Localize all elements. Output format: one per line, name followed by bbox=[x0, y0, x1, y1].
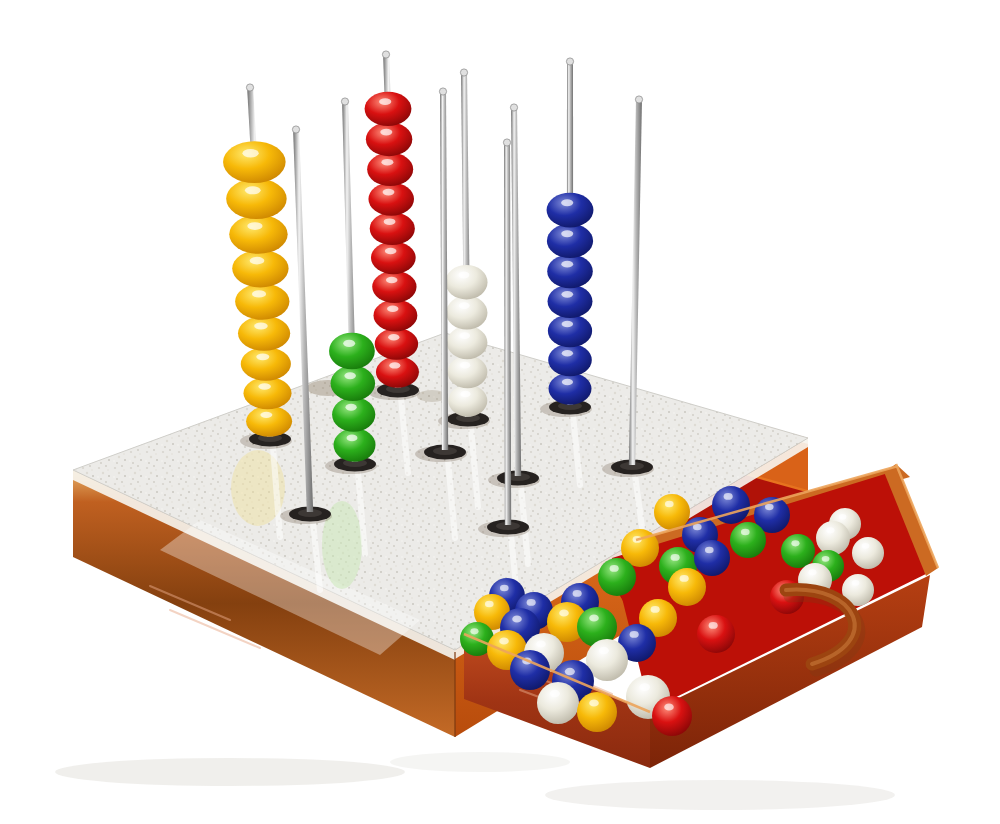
ground-shadow-0 bbox=[55, 758, 405, 786]
drawer-ball-red[interactable] bbox=[697, 615, 735, 653]
ball-shine bbox=[599, 647, 609, 655]
ball-shine bbox=[822, 556, 830, 562]
drawer-ball-green[interactable] bbox=[598, 558, 636, 596]
rod-tip bbox=[503, 139, 510, 146]
bead-yellow[interactable] bbox=[235, 283, 289, 319]
bead-shine bbox=[562, 350, 573, 356]
bead-white[interactable] bbox=[447, 326, 488, 359]
rod-tip bbox=[382, 51, 389, 58]
bead-shine bbox=[458, 272, 469, 279]
rod-tip bbox=[439, 88, 446, 95]
bead-white[interactable] bbox=[448, 356, 488, 389]
bead-blue[interactable] bbox=[547, 193, 594, 228]
bead-shine bbox=[459, 302, 470, 309]
bead-shine bbox=[386, 277, 398, 283]
ball-shine bbox=[741, 529, 750, 535]
bead-shine bbox=[242, 149, 258, 157]
rod-tip bbox=[566, 58, 573, 65]
bead-shine bbox=[254, 323, 268, 330]
drawer-ball-yellow[interactable] bbox=[668, 568, 706, 606]
ball-shine bbox=[589, 614, 599, 621]
drawer-ball-yellow[interactable] bbox=[654, 494, 690, 530]
ball-shine bbox=[630, 631, 639, 638]
bead-shine bbox=[561, 261, 573, 268]
drawer-ball-yellow[interactable] bbox=[577, 692, 617, 732]
ball-shine bbox=[791, 540, 799, 546]
bead-blue[interactable] bbox=[548, 314, 592, 347]
drawer-ball-white[interactable] bbox=[816, 521, 850, 555]
bead-shine bbox=[389, 362, 400, 368]
bead-shine bbox=[343, 340, 355, 347]
bead-yellow[interactable] bbox=[246, 406, 292, 437]
bead-green[interactable] bbox=[329, 333, 375, 370]
bead-yellow[interactable] bbox=[241, 347, 291, 381]
bead-red[interactable] bbox=[367, 153, 413, 187]
bead-yellow[interactable] bbox=[223, 141, 286, 183]
bead-shine bbox=[245, 186, 261, 194]
drawer-ball-red[interactable] bbox=[652, 696, 692, 736]
bead-shine bbox=[460, 391, 470, 397]
bead-shine bbox=[383, 189, 395, 196]
bead-shine bbox=[562, 321, 574, 328]
bead-shine bbox=[561, 291, 573, 298]
bead-shine bbox=[379, 98, 391, 105]
abacus-scene bbox=[0, 0, 1000, 824]
bead-shine bbox=[459, 332, 470, 339]
bead-shine bbox=[250, 257, 265, 265]
ball-shine bbox=[559, 609, 569, 616]
bead-blue[interactable] bbox=[547, 254, 593, 288]
bead-blue[interactable] bbox=[547, 224, 593, 258]
rod-tip bbox=[510, 104, 517, 111]
bead-shine bbox=[345, 404, 356, 411]
ball-shine bbox=[665, 501, 674, 507]
drawer-ball-blue[interactable] bbox=[694, 540, 730, 576]
bead-shine bbox=[388, 334, 399, 340]
bead-shine bbox=[256, 353, 269, 360]
bead-green[interactable] bbox=[334, 428, 376, 462]
ball-shine bbox=[724, 493, 733, 500]
ball-shine bbox=[536, 640, 546, 647]
ball-shine bbox=[680, 575, 689, 582]
bead-blue[interactable] bbox=[549, 373, 592, 405]
bead-shine bbox=[561, 230, 573, 237]
bead-shine bbox=[387, 306, 398, 312]
bead-blue[interactable] bbox=[548, 344, 592, 376]
rod-tip bbox=[341, 98, 348, 105]
rod-tip bbox=[635, 96, 642, 103]
ball-shine bbox=[852, 580, 860, 586]
bead-yellow[interactable] bbox=[229, 215, 287, 254]
ball-shine bbox=[664, 703, 674, 710]
bead-shine bbox=[258, 383, 270, 389]
bead-yellow[interactable] bbox=[232, 250, 288, 288]
ball-shine bbox=[485, 601, 494, 607]
bead-red[interactable] bbox=[371, 242, 416, 275]
bead-shine bbox=[260, 412, 272, 418]
bead-green[interactable] bbox=[331, 365, 376, 401]
ball-shine bbox=[651, 606, 660, 613]
bead-red[interactable] bbox=[368, 182, 414, 215]
bead-shine bbox=[344, 372, 356, 379]
ball-shine bbox=[470, 628, 478, 634]
bead-shine bbox=[384, 218, 396, 225]
drawer-ball-white[interactable] bbox=[537, 682, 579, 724]
ball-shine bbox=[512, 615, 522, 622]
bead-shine bbox=[561, 199, 573, 206]
ground-shadow-1 bbox=[545, 780, 895, 810]
drawer-ball-green[interactable] bbox=[730, 522, 766, 558]
rod-tip bbox=[292, 126, 299, 133]
bead-red[interactable] bbox=[372, 271, 416, 303]
ball-shine bbox=[565, 668, 575, 676]
bead-shine bbox=[247, 222, 262, 230]
ball-shine bbox=[573, 590, 582, 597]
bead-red[interactable] bbox=[376, 356, 419, 387]
bead-shine bbox=[385, 248, 397, 255]
drawer-ball-blue[interactable] bbox=[712, 486, 750, 524]
bead-white[interactable] bbox=[448, 385, 487, 417]
bead-yellow[interactable] bbox=[238, 316, 290, 351]
ball-shine bbox=[589, 699, 599, 706]
drawer-ball-green[interactable] bbox=[781, 534, 815, 568]
rod-shaft[interactable] bbox=[504, 141, 511, 525]
ground-shadow-2 bbox=[390, 752, 570, 772]
bead-white[interactable] bbox=[446, 296, 487, 330]
drawer-ball-white[interactable] bbox=[852, 537, 884, 569]
ball-shine bbox=[500, 585, 509, 591]
ball-shine bbox=[808, 569, 816, 575]
bead-shine bbox=[380, 129, 392, 136]
bead-shine bbox=[460, 362, 470, 369]
bead-red[interactable] bbox=[370, 212, 415, 245]
abacus-counting-frame-photo bbox=[0, 0, 1000, 824]
bead-white[interactable] bbox=[445, 265, 487, 299]
ball-shine bbox=[826, 527, 834, 533]
rod-tip bbox=[460, 69, 467, 76]
ball-shine bbox=[862, 543, 870, 549]
rod-tip bbox=[246, 84, 253, 91]
bead-shine bbox=[562, 379, 573, 385]
ball-shine bbox=[839, 514, 847, 520]
bead-blue[interactable] bbox=[548, 285, 593, 318]
bead-shine bbox=[252, 290, 266, 297]
bead-red[interactable] bbox=[373, 299, 417, 331]
ball-shine bbox=[610, 565, 619, 572]
ball-shine bbox=[499, 637, 509, 644]
bead-shine bbox=[347, 435, 358, 442]
bead-green[interactable] bbox=[332, 397, 375, 432]
ball-shine bbox=[527, 599, 536, 606]
ball-shine bbox=[550, 690, 560, 698]
ball-shine bbox=[705, 547, 714, 553]
ball-shine bbox=[639, 683, 650, 691]
ball-shine bbox=[765, 504, 774, 510]
bead-red[interactable] bbox=[366, 122, 412, 156]
bead-yellow[interactable] bbox=[226, 179, 286, 220]
bead-red[interactable] bbox=[375, 328, 418, 360]
bead-shine bbox=[381, 159, 393, 166]
bead-yellow[interactable] bbox=[243, 377, 291, 409]
ball-shine bbox=[709, 622, 718, 629]
ball-shine bbox=[671, 554, 680, 561]
bead-red[interactable] bbox=[365, 92, 412, 126]
